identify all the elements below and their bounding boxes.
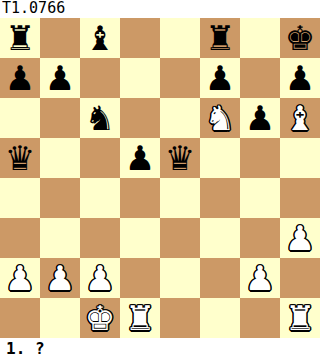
white-pawn: ♟: [85, 258, 115, 298]
square-h4[interactable]: [280, 178, 320, 218]
square-h1[interactable]: ♜: [280, 298, 320, 338]
move-prompt: 1. ?: [0, 338, 320, 360]
square-e7[interactable]: [160, 58, 200, 98]
square-e3[interactable]: [160, 218, 200, 258]
square-d4[interactable]: [120, 178, 160, 218]
black-bishop: ♝: [85, 18, 115, 58]
white-pawn: ♟: [5, 258, 35, 298]
square-b1[interactable]: [40, 298, 80, 338]
black-pawn: ♟: [285, 58, 315, 98]
square-d8[interactable]: [120, 18, 160, 58]
square-h6[interactable]: ♝: [280, 98, 320, 138]
black-pawn: ♟: [45, 58, 75, 98]
square-c7[interactable]: [80, 58, 120, 98]
square-d1[interactable]: ♜: [120, 298, 160, 338]
square-a4[interactable]: [0, 178, 40, 218]
square-c6[interactable]: ♞: [80, 98, 120, 138]
puzzle-id: T1.0766: [0, 0, 320, 18]
black-pawn: ♟: [205, 58, 235, 98]
square-h2[interactable]: [280, 258, 320, 298]
square-f6[interactable]: ♞: [200, 98, 240, 138]
square-e1[interactable]: [160, 298, 200, 338]
white-king: ♚: [85, 298, 115, 338]
square-h5[interactable]: [280, 138, 320, 178]
square-e4[interactable]: [160, 178, 200, 218]
white-rook: ♜: [125, 298, 155, 338]
square-c5[interactable]: [80, 138, 120, 178]
white-knight: ♞: [205, 98, 235, 138]
square-d5[interactable]: ♟: [120, 138, 160, 178]
white-pawn: ♟: [245, 258, 275, 298]
square-h8[interactable]: ♚: [280, 18, 320, 58]
square-h7[interactable]: ♟: [280, 58, 320, 98]
square-g5[interactable]: [240, 138, 280, 178]
square-g2[interactable]: ♟: [240, 258, 280, 298]
square-g3[interactable]: [240, 218, 280, 258]
square-f7[interactable]: ♟: [200, 58, 240, 98]
square-a8[interactable]: ♜: [0, 18, 40, 58]
square-f3[interactable]: [200, 218, 240, 258]
square-c8[interactable]: ♝: [80, 18, 120, 58]
square-h3[interactable]: ♟: [280, 218, 320, 258]
square-a1[interactable]: [0, 298, 40, 338]
chess-puzzle-app: T1.0766 ♜♝♜♚♟♟♟♟♞♞♟♝♛♟♛♟♟♟♟♟♚♜♜ 1. ?: [0, 0, 320, 360]
square-a6[interactable]: [0, 98, 40, 138]
square-g4[interactable]: [240, 178, 280, 218]
square-a5[interactable]: ♛: [0, 138, 40, 178]
square-c2[interactable]: ♟: [80, 258, 120, 298]
square-a3[interactable]: [0, 218, 40, 258]
square-f5[interactable]: [200, 138, 240, 178]
square-d7[interactable]: [120, 58, 160, 98]
square-c1[interactable]: ♚: [80, 298, 120, 338]
white-bishop: ♝: [285, 98, 315, 138]
square-c3[interactable]: [80, 218, 120, 258]
black-rook: ♜: [5, 18, 35, 58]
square-f4[interactable]: [200, 178, 240, 218]
square-c4[interactable]: [80, 178, 120, 218]
square-f2[interactable]: [200, 258, 240, 298]
square-b3[interactable]: [40, 218, 80, 258]
black-rook: ♜: [205, 18, 235, 58]
black-queen: ♛: [5, 138, 35, 178]
square-g1[interactable]: [240, 298, 280, 338]
square-f8[interactable]: ♜: [200, 18, 240, 58]
square-g7[interactable]: [240, 58, 280, 98]
black-pawn: ♟: [245, 98, 275, 138]
square-b2[interactable]: ♟: [40, 258, 80, 298]
square-e2[interactable]: [160, 258, 200, 298]
square-b7[interactable]: ♟: [40, 58, 80, 98]
square-b8[interactable]: [40, 18, 80, 58]
square-a7[interactable]: ♟: [0, 58, 40, 98]
square-f1[interactable]: [200, 298, 240, 338]
white-pawn: ♟: [45, 258, 75, 298]
square-a2[interactable]: ♟: [0, 258, 40, 298]
square-b6[interactable]: [40, 98, 80, 138]
white-pawn: ♟: [285, 218, 315, 258]
square-b5[interactable]: [40, 138, 80, 178]
chess-board: ♜♝♜♚♟♟♟♟♞♞♟♝♛♟♛♟♟♟♟♟♚♜♜: [0, 18, 320, 338]
square-g8[interactable]: [240, 18, 280, 58]
square-e8[interactable]: [160, 18, 200, 58]
square-d2[interactable]: [120, 258, 160, 298]
square-g6[interactable]: ♟: [240, 98, 280, 138]
white-rook: ♜: [285, 298, 315, 338]
black-pawn: ♟: [5, 58, 35, 98]
square-e6[interactable]: [160, 98, 200, 138]
square-b4[interactable]: [40, 178, 80, 218]
black-knight: ♞: [85, 98, 115, 138]
black-king: ♚: [285, 18, 315, 58]
square-d6[interactable]: [120, 98, 160, 138]
square-d3[interactable]: [120, 218, 160, 258]
black-queen: ♛: [165, 138, 195, 178]
black-pawn: ♟: [125, 138, 155, 178]
square-e5[interactable]: ♛: [160, 138, 200, 178]
